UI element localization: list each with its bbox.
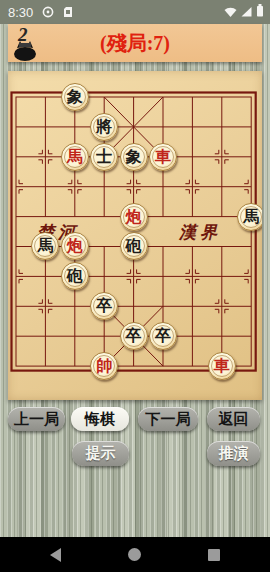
piece-black-horse[interactable]: 馬: [237, 203, 262, 231]
prev-game-button[interactable]: 上一局: [8, 407, 65, 431]
piece-black-cannon[interactable]: 砲: [61, 262, 89, 290]
alarm-icon: [42, 6, 54, 18]
piece-black-horse[interactable]: 馬: [31, 232, 59, 260]
app-header: (殘局:7) 2: [8, 24, 262, 62]
xiangqi-board[interactable]: 楚河漢界 象將馬士象車炮馬馬炮砲砲卒卒卒帥車: [8, 71, 262, 400]
home-icon[interactable]: [128, 548, 141, 561]
piece-black-general[interactable]: 將: [90, 113, 118, 141]
piece-red-chariot[interactable]: 車: [149, 143, 177, 171]
return-button[interactable]: 返回: [207, 407, 260, 431]
deduce-button[interactable]: 推演: [207, 441, 260, 466]
wallpaper: (殘局:7) 2 楚河漢界 象將馬士象車炮馬馬炮砲砲卒卒卒帥車 上一局 悔棋 下…: [0, 24, 270, 537]
clock-time: 8:30: [8, 5, 33, 20]
wifi-icon: [224, 5, 237, 20]
piece-red-general[interactable]: 帥: [90, 352, 118, 380]
battery-icon: [256, 4, 264, 20]
recents-icon[interactable]: [208, 549, 220, 561]
next-game-button[interactable]: 下一局: [138, 407, 198, 431]
piece-black-soldier[interactable]: 卒: [149, 322, 177, 350]
piece-black-soldier[interactable]: 卒: [90, 292, 118, 320]
piece-red-cannon[interactable]: 炮: [120, 203, 148, 231]
hint-button[interactable]: 提示: [72, 441, 129, 466]
piece-black-elephant[interactable]: 象: [61, 83, 89, 111]
piece-black-soldier[interactable]: 卒: [120, 322, 148, 350]
page-title: (殘局:7): [8, 24, 262, 62]
piece-red-chariot[interactable]: 車: [208, 352, 236, 380]
piece-black-advisor[interactable]: 士: [90, 143, 118, 171]
phone-screen: 8:30 (殘局:7): [0, 0, 270, 572]
undo-move-button[interactable]: 悔棋: [71, 407, 129, 431]
navigation-bar: [0, 537, 270, 572]
sd-card-icon: [63, 6, 73, 18]
piece-black-elephant[interactable]: 象: [120, 143, 148, 171]
piece-red-horse[interactable]: 馬: [61, 143, 89, 171]
piece-red-cannon[interactable]: 炮: [61, 232, 89, 260]
back-icon[interactable]: [50, 548, 61, 562]
signal-icon: [241, 5, 252, 20]
status-bar: 8:30: [0, 0, 270, 24]
level-number: 2: [17, 25, 28, 45]
board-grid[interactable]: 象將馬士象車炮馬馬炮砲砲卒卒卒帥車: [8, 82, 262, 381]
level-badge: 2: [10, 25, 40, 61]
piece-black-cannon[interactable]: 砲: [120, 232, 148, 260]
